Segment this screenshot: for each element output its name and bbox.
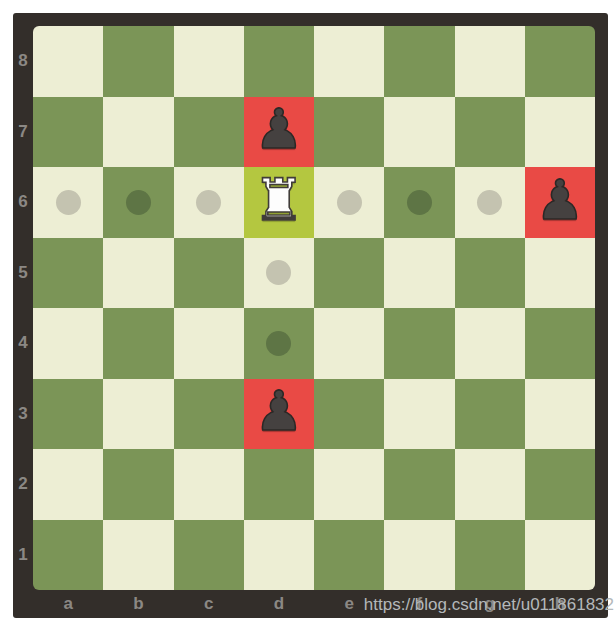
square-e1[interactable] <box>314 520 384 591</box>
move-dot-b6[interactable] <box>126 190 151 215</box>
rank-label-5: 5 <box>13 238 33 309</box>
square-g3[interactable] <box>455 379 525 450</box>
square-c2[interactable] <box>174 449 244 520</box>
move-dot-d5[interactable] <box>266 260 291 285</box>
square-g8[interactable] <box>455 26 525 97</box>
square-g4[interactable] <box>455 308 525 379</box>
square-d5[interactable] <box>244 238 314 309</box>
move-dot-e6[interactable] <box>337 190 362 215</box>
square-h1[interactable] <box>525 520 595 591</box>
square-e6[interactable] <box>314 167 384 238</box>
square-d3[interactable]: ♟ <box>244 379 314 450</box>
square-c4[interactable] <box>174 308 244 379</box>
square-d7[interactable]: ♟ <box>244 97 314 168</box>
square-f4[interactable] <box>384 308 454 379</box>
rank-label-8: 8 <box>13 26 33 97</box>
square-b6[interactable] <box>103 167 173 238</box>
square-g1[interactable] <box>455 520 525 591</box>
file-label-c: c <box>174 590 244 618</box>
square-d6[interactable]: ♜ <box>244 167 314 238</box>
square-d8[interactable] <box>244 26 314 97</box>
square-h4[interactable] <box>525 308 595 379</box>
chess-board-frame: 87654321 ♟♜♟♟ abcdefgh <box>13 13 608 618</box>
square-b5[interactable] <box>103 238 173 309</box>
white-rook[interactable]: ♜ <box>253 171 305 229</box>
square-h6[interactable]: ♟ <box>525 167 595 238</box>
square-e4[interactable] <box>314 308 384 379</box>
square-b3[interactable] <box>103 379 173 450</box>
square-b2[interactable] <box>103 449 173 520</box>
square-a2[interactable] <box>33 449 103 520</box>
square-c3[interactable] <box>174 379 244 450</box>
square-f6[interactable] <box>384 167 454 238</box>
square-a3[interactable] <box>33 379 103 450</box>
rank-label-3: 3 <box>13 379 33 450</box>
square-e3[interactable] <box>314 379 384 450</box>
rank-label-2: 2 <box>13 449 33 520</box>
chess-board[interactable]: ♟♜♟♟ <box>33 26 595 590</box>
square-c7[interactable] <box>174 97 244 168</box>
file-label-b: b <box>103 590 173 618</box>
black-pawn[interactable]: ♟ <box>535 173 584 228</box>
square-a1[interactable] <box>33 520 103 591</box>
square-a4[interactable] <box>33 308 103 379</box>
square-g6[interactable] <box>455 167 525 238</box>
square-c6[interactable] <box>174 167 244 238</box>
move-dot-a6[interactable] <box>56 190 81 215</box>
square-e5[interactable] <box>314 238 384 309</box>
rank-label-4: 4 <box>13 308 33 379</box>
square-a7[interactable] <box>33 97 103 168</box>
square-e2[interactable] <box>314 449 384 520</box>
square-f7[interactable] <box>384 97 454 168</box>
square-e8[interactable] <box>314 26 384 97</box>
square-f8[interactable] <box>384 26 454 97</box>
square-b8[interactable] <box>103 26 173 97</box>
square-f1[interactable] <box>384 520 454 591</box>
square-h3[interactable] <box>525 379 595 450</box>
move-dot-g6[interactable] <box>477 190 502 215</box>
page: 87654321 ♟♜♟♟ abcdefgh https://blog.csdn… <box>0 0 616 630</box>
square-b4[interactable] <box>103 308 173 379</box>
black-pawn[interactable]: ♟ <box>254 384 303 439</box>
square-h7[interactable] <box>525 97 595 168</box>
file-label-d: d <box>244 590 314 618</box>
square-e7[interactable] <box>314 97 384 168</box>
square-c8[interactable] <box>174 26 244 97</box>
square-d2[interactable] <box>244 449 314 520</box>
watermark: https://blog.csdn.net/u011861832 <box>364 595 614 615</box>
square-f5[interactable] <box>384 238 454 309</box>
square-a5[interactable] <box>33 238 103 309</box>
square-a8[interactable] <box>33 26 103 97</box>
square-c5[interactable] <box>174 238 244 309</box>
square-b1[interactable] <box>103 520 173 591</box>
square-d4[interactable] <box>244 308 314 379</box>
square-h8[interactable] <box>525 26 595 97</box>
square-a6[interactable] <box>33 167 103 238</box>
square-g2[interactable] <box>455 449 525 520</box>
move-dot-d4[interactable] <box>266 331 291 356</box>
square-c1[interactable] <box>174 520 244 591</box>
square-h2[interactable] <box>525 449 595 520</box>
square-f2[interactable] <box>384 449 454 520</box>
rank-label-6: 6 <box>13 167 33 238</box>
black-pawn[interactable]: ♟ <box>254 102 303 157</box>
square-d1[interactable] <box>244 520 314 591</box>
square-b7[interactable] <box>103 97 173 168</box>
file-label-a: a <box>33 590 103 618</box>
move-dot-f6[interactable] <box>407 190 432 215</box>
rank-label-1: 1 <box>13 520 33 591</box>
square-g7[interactable] <box>455 97 525 168</box>
square-h5[interactable] <box>525 238 595 309</box>
rank-label-7: 7 <box>13 97 33 168</box>
move-dot-c6[interactable] <box>196 190 221 215</box>
square-g5[interactable] <box>455 238 525 309</box>
rank-labels: 87654321 <box>13 26 33 590</box>
square-f3[interactable] <box>384 379 454 450</box>
